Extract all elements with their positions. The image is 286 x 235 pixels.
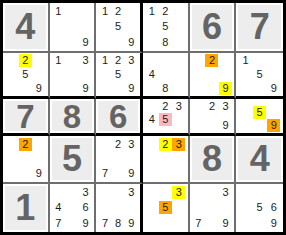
candidate-2: 2 [112, 54, 125, 67]
candidate-slot-8: 8 [112, 216, 125, 231]
candidate-5-orange: 5 [159, 201, 172, 214]
candidate-slot-2: 2 [159, 4, 173, 19]
candidate-slot-8 [159, 126, 173, 132]
candidate-4: 4 [52, 201, 65, 214]
cell-r5c6[interactable]: 569 [236, 184, 283, 232]
candidate-slot-3 [172, 4, 186, 19]
candidate-slot-2: 2 [205, 100, 219, 113]
candidate-9: 9 [267, 217, 280, 230]
candidate-slot-5 [19, 152, 33, 167]
candidate-slot-2 [65, 54, 79, 68]
candidate-2-yellow: 2 [19, 54, 32, 67]
candidate-slot-4 [52, 19, 66, 34]
candidate-2: 2 [205, 100, 218, 113]
candidate-slot-1 [98, 137, 111, 152]
pencil-mark-grid: 23 [143, 136, 188, 182]
candidate-slot-4 [145, 152, 159, 167]
cell-r1c5[interactable]: 6 [190, 3, 237, 53]
candidate-slot-2 [159, 54, 173, 68]
candidate-slot-2 [159, 185, 173, 200]
candidate-8: 8 [112, 217, 125, 230]
cell-r4c2[interactable]: 5 [50, 136, 97, 184]
pencil-mark-grid: 379 [190, 184, 235, 232]
candidate-3: 3 [219, 100, 232, 113]
solved-digit-tile: 6 [98, 101, 138, 131]
pencil-mark-grid: 139 [50, 53, 95, 96]
candidate-slot-5: 5 [159, 113, 173, 126]
candidate-3: 3 [125, 186, 138, 199]
candidate-slot-9: 9 [267, 81, 281, 95]
candidate-slot-3: 3 [172, 137, 186, 152]
candidate-2: 2 [159, 100, 172, 113]
candidate-slot-3 [125, 4, 138, 19]
candidate-slot-7 [192, 119, 206, 132]
candidate-3: 3 [125, 138, 138, 151]
candidate-slot-5 [112, 152, 125, 167]
candidate-slot-7 [238, 119, 252, 132]
candidate-slot-9: 9 [219, 119, 233, 132]
candidate-slot-2: 2 [205, 54, 219, 68]
candidate-slot-7 [145, 166, 159, 181]
candidate-slot-5 [65, 200, 79, 215]
candidate-slot-8 [112, 81, 125, 95]
candidate-9: 9 [79, 82, 92, 95]
candidate-slot-7 [145, 216, 159, 231]
candidate-slot-7 [5, 166, 19, 181]
candidate-slot-2: 2 [112, 4, 125, 19]
candidate-slot-9: 9 [79, 35, 93, 50]
candidate-slot-9: 9 [219, 216, 233, 231]
candidate-slot-8 [65, 81, 79, 95]
candidate-9: 9 [219, 119, 232, 132]
candidate-slot-6 [219, 200, 233, 215]
cell-r5c2[interactable]: 34679 [50, 184, 97, 232]
candidate-slot-9 [172, 35, 186, 50]
candidate-5: 5 [19, 68, 32, 81]
digit-4: 4 [250, 141, 270, 177]
candidate-4: 4 [145, 68, 158, 81]
candidate-slot-1 [52, 185, 66, 200]
candidate-slot-2 [65, 185, 79, 200]
candidate-slot-5 [159, 152, 173, 167]
candidate-slot-4: 4 [145, 68, 159, 82]
candidate-4: 4 [145, 113, 158, 126]
cell-r4c3[interactable]: 2379 [96, 136, 143, 184]
candidate-slot-9 [172, 126, 186, 132]
candidate-slot-1 [238, 185, 252, 200]
candidate-1: 1 [98, 54, 111, 67]
candidate-slot-4: 4 [145, 113, 159, 126]
cell-r1c6[interactable]: 7 [236, 3, 283, 53]
digit-6: 6 [109, 100, 127, 133]
candidate-slot-2 [253, 54, 267, 68]
candidate-slot-3 [32, 54, 46, 68]
candidate-slot-9: 9 [32, 166, 46, 181]
candidate-slot-5: 5 [159, 200, 173, 215]
candidate-slot-7 [192, 81, 206, 95]
candidate-5: 5 [159, 20, 172, 33]
candidate-slot-5: 5 [159, 19, 173, 34]
candidate-slot-3 [267, 185, 281, 200]
candidate-3: 3 [79, 54, 92, 67]
candidate-slot-5: 5 [112, 19, 125, 34]
candidate-5-yellow: 5 [253, 106, 266, 119]
candidate-slot-9: 9 [125, 81, 138, 95]
candidate-slot-3 [219, 54, 233, 68]
candidate-slot-4 [98, 152, 111, 167]
candidate-1: 1 [52, 5, 65, 18]
candidate-slot-4: 4 [52, 200, 66, 215]
candidate-slot-6 [219, 68, 233, 82]
candidate-slot-8 [19, 81, 33, 95]
candidate-slot-7 [52, 35, 66, 50]
candidate-slot-6 [125, 152, 138, 167]
candidate-slot-3: 3 [219, 100, 233, 113]
candidate-slot-8 [253, 81, 267, 95]
candidate-slot-6 [172, 200, 186, 215]
candidate-9-yellow: 9 [219, 82, 232, 95]
candidate-9: 9 [125, 167, 138, 180]
digit-7: 7 [16, 100, 34, 133]
candidate-5: 5 [112, 20, 125, 33]
candidate-slot-3: 3 [125, 137, 138, 152]
candidate-slot-8 [112, 35, 125, 50]
candidate-3: 3 [79, 186, 92, 199]
candidate-slot-9: 9 [267, 119, 281, 132]
candidate-7: 7 [98, 167, 111, 180]
cell-r1c2[interactable]: 19 [50, 3, 97, 53]
candidate-slot-2: 2 [19, 137, 33, 152]
candidate-1: 1 [52, 54, 65, 67]
candidate-slot-8 [205, 216, 219, 231]
candidate-9: 9 [219, 217, 232, 230]
candidate-slot-3 [79, 4, 93, 19]
candidate-slot-8 [159, 166, 173, 181]
candidate-slot-7: 7 [52, 216, 66, 231]
solved-digit-tile: 8 [192, 138, 233, 180]
candidate-slot-6 [32, 68, 46, 82]
candidate-slot-9: 9 [125, 216, 138, 231]
candidate-slot-5: 5 [19, 68, 33, 82]
candidate-slot-6: 6 [79, 200, 93, 215]
pencil-mark-grid: 12359 [96, 53, 140, 96]
candidate-slot-6 [79, 19, 93, 34]
cell-r5c4[interactable]: 35 [143, 184, 190, 232]
candidate-slot-3: 3 [79, 54, 93, 68]
pencil-mark-grid: 239 [190, 99, 235, 133]
candidate-slot-8 [253, 119, 267, 132]
candidate-slot-8: 8 [159, 35, 173, 50]
candidate-8: 8 [159, 82, 172, 95]
candidate-slot-5 [65, 68, 79, 82]
candidate-slot-6 [125, 68, 138, 82]
candidate-slot-4 [192, 68, 206, 82]
candidate-slot-9: 9 [267, 216, 281, 231]
solved-digit-tile: 4 [5, 5, 46, 49]
candidate-slot-4 [5, 152, 19, 167]
solved-digit-tile: 7 [238, 5, 281, 49]
cell-r1c1[interactable]: 4 [3, 3, 50, 53]
candidate-slot-1 [5, 137, 19, 152]
candidate-slot-2 [253, 185, 267, 200]
pencil-mark-grid: 48 [143, 53, 188, 96]
cell-r5c5[interactable]: 379 [190, 184, 237, 232]
candidate-slot-7 [238, 216, 252, 231]
candidate-slot-6 [172, 19, 186, 34]
candidate-slot-6 [172, 113, 186, 126]
pencil-mark-grid: 1259 [96, 3, 140, 51]
candidate-5: 5 [112, 68, 125, 81]
candidate-slot-4 [145, 200, 159, 215]
candidate-slot-4 [238, 68, 252, 82]
candidate-slot-4 [5, 68, 19, 82]
candidate-slot-4 [238, 106, 252, 119]
candidate-slot-3: 3 [125, 54, 138, 68]
candidate-6: 6 [267, 201, 280, 214]
cell-r2c3[interactable]: 12359 [96, 53, 143, 99]
candidate-2: 2 [159, 5, 172, 18]
candidate-3-orange: 3 [172, 138, 185, 151]
digit-7: 7 [250, 9, 270, 45]
candidate-slot-2: 2 [112, 137, 125, 152]
candidate-slot-5 [159, 68, 173, 82]
candidate-slot-3: 3 [219, 185, 233, 200]
candidate-3: 3 [172, 100, 185, 113]
candidate-slot-9: 9 [219, 81, 233, 95]
candidate-slot-6 [79, 68, 93, 82]
solved-digit-tile: 7 [5, 101, 46, 131]
candidate-slot-6 [172, 68, 186, 82]
candidate-slot-6 [125, 19, 138, 34]
digit-8: 8 [63, 100, 81, 133]
candidate-slot-6 [267, 68, 281, 82]
candidate-slot-1 [145, 185, 159, 200]
cell-r5c3[interactable]: 3789 [96, 184, 143, 232]
cell-r3c1[interactable]: 7 [3, 99, 50, 136]
candidate-slot-3 [267, 54, 281, 68]
candidate-slot-1 [192, 54, 206, 68]
candidate-slot-7 [98, 81, 111, 95]
candidate-slot-1 [5, 54, 19, 68]
cell-r3c3[interactable]: 6 [96, 99, 143, 136]
candidate-slot-1: 1 [52, 4, 66, 19]
candidate-slot-7: 7 [98, 216, 111, 231]
digit-4: 4 [15, 9, 35, 45]
candidate-slot-8 [65, 35, 79, 50]
pencil-mark-grid: 59 [236, 99, 283, 133]
candidate-slot-5 [65, 19, 79, 34]
candidate-slot-2 [205, 185, 219, 200]
candidate-slot-5 [205, 200, 219, 215]
candidate-7: 7 [52, 217, 65, 230]
candidate-slot-2: 2 [19, 54, 33, 68]
digit-1: 1 [15, 190, 35, 226]
cell-r4c5[interactable]: 8 [190, 136, 237, 184]
candidate-slot-4 [98, 68, 111, 82]
candidate-slot-3: 3 [79, 185, 93, 200]
candidate-slot-4 [192, 200, 206, 215]
pencil-mark-grid: 3789 [96, 184, 140, 232]
cell-r3c6[interactable]: 59 [236, 99, 283, 136]
candidate-2: 2 [112, 5, 125, 18]
cell-r1c3[interactable]: 1259 [96, 3, 143, 53]
candidate-9-orange: 9 [267, 119, 280, 132]
sudoku-board: 4191259125867259139123594829159786234523… [0, 0, 286, 235]
pencil-mark-grid: 2345 [143, 99, 188, 133]
candidate-1: 1 [239, 54, 252, 67]
pencil-mark-grid: 2379 [96, 136, 140, 182]
candidate-slot-9 [172, 166, 186, 181]
solved-digit-tile: 8 [52, 101, 93, 131]
candidate-slot-1 [145, 137, 159, 152]
candidate-slot-3 [32, 137, 46, 152]
candidate-3-yellow: 3 [172, 186, 185, 199]
candidate-slot-5 [112, 200, 125, 215]
candidate-5: 5 [253, 201, 266, 214]
candidate-slot-9: 9 [32, 81, 46, 95]
cell-r4c6[interactable]: 4 [236, 136, 283, 184]
candidate-slot-1 [98, 185, 111, 200]
cell-r1c4[interactable]: 1258 [143, 3, 190, 53]
candidate-slot-7: 7 [98, 166, 111, 181]
cell-r3c5[interactable]: 239 [190, 99, 237, 136]
solved-digit-tile: 1 [5, 186, 46, 230]
candidate-7: 7 [98, 217, 111, 230]
candidate-3: 3 [125, 54, 138, 67]
pencil-mark-grid: 1258 [143, 3, 188, 51]
candidate-slot-2: 2 [159, 137, 173, 152]
candidate-slot-7 [145, 35, 159, 50]
candidate-slot-9: 9 [79, 81, 93, 95]
candidate-slot-8 [205, 119, 219, 132]
digit-8: 8 [202, 141, 222, 177]
candidate-1: 1 [145, 5, 158, 18]
candidate-6: 6 [79, 201, 92, 214]
candidate-2-orange: 2 [205, 54, 218, 67]
candidate-slot-4 [52, 68, 66, 82]
candidate-slot-1: 1 [145, 4, 159, 19]
solved-digit-tile: 6 [192, 5, 233, 49]
candidate-9: 9 [125, 217, 138, 230]
candidate-slot-9: 9 [125, 35, 138, 50]
candidate-5: 5 [253, 68, 266, 81]
candidate-slot-7 [145, 126, 159, 132]
candidate-slot-1: 1 [238, 54, 252, 68]
candidate-slot-3: 3 [172, 185, 186, 200]
candidate-slot-5: 5 [253, 106, 267, 119]
candidate-slot-6 [125, 200, 138, 215]
candidate-9: 9 [79, 217, 92, 230]
candidate-9: 9 [267, 82, 280, 95]
candidate-slot-5: 5 [253, 68, 267, 82]
candidate-5-pink: 5 [159, 113, 172, 126]
candidate-slot-9 [172, 81, 186, 95]
candidate-9: 9 [125, 82, 138, 95]
candidate-slot-1: 1 [98, 54, 111, 68]
candidate-slot-4 [238, 200, 252, 215]
solved-digit-tile: 5 [52, 138, 93, 180]
candidate-slot-8 [205, 81, 219, 95]
candidate-slot-8 [112, 166, 125, 181]
pencil-mark-grid: 569 [236, 184, 283, 232]
candidate-2-orange: 2 [19, 138, 32, 151]
candidate-slot-8 [253, 216, 267, 231]
candidate-slot-5 [205, 68, 219, 82]
cell-r2c4[interactable]: 48 [143, 53, 190, 99]
candidate-slot-1 [192, 100, 206, 113]
pencil-mark-grid: 19 [50, 3, 95, 51]
candidate-3: 3 [219, 186, 232, 199]
candidate-slot-5: 5 [112, 68, 125, 82]
candidate-8: 8 [159, 36, 172, 49]
candidate-slot-9: 9 [79, 216, 93, 231]
candidate-slot-8 [65, 216, 79, 231]
solved-digit-tile: 4 [238, 138, 281, 180]
candidate-slot-4 [98, 19, 111, 34]
candidate-slot-7 [145, 81, 159, 95]
candidate-slot-6 [267, 106, 281, 119]
candidate-slot-6 [172, 152, 186, 167]
cell-r2c1[interactable]: 259 [3, 53, 50, 99]
candidate-slot-7 [98, 35, 111, 50]
candidate-slot-3: 3 [125, 185, 138, 200]
candidate-9: 9 [125, 36, 138, 49]
cell-r2c6[interactable]: 159 [236, 53, 283, 99]
candidate-slot-8: 8 [159, 81, 173, 95]
candidate-9: 9 [32, 82, 45, 95]
candidate-slot-1 [145, 100, 159, 113]
candidate-slot-2: 2 [159, 100, 173, 113]
candidate-slot-6: 6 [267, 200, 281, 215]
candidate-slot-7 [52, 81, 66, 95]
pencil-mark-grid: 259 [3, 53, 48, 96]
candidate-slot-1 [145, 54, 159, 68]
candidate-slot-9 [172, 216, 186, 231]
cell-r4c4[interactable]: 23 [143, 136, 190, 184]
cell-r3c4[interactable]: 2345 [143, 99, 190, 136]
candidate-slot-8 [159, 216, 173, 231]
candidate-slot-3: 3 [172, 100, 186, 113]
digit-6: 6 [202, 9, 222, 45]
candidate-9: 9 [32, 167, 45, 180]
cell-r5c1[interactable]: 1 [3, 184, 50, 232]
pencil-mark-grid: 34679 [50, 184, 95, 232]
cell-r2c5[interactable]: 29 [190, 53, 237, 99]
candidate-slot-2 [112, 185, 125, 200]
candidate-9: 9 [79, 36, 92, 49]
candidate-7: 7 [192, 217, 205, 230]
sudoku-app-viewport: 4191259125867259139123594829159786234523… [0, 0, 286, 235]
candidate-2: 2 [112, 138, 125, 151]
cell-r3c2[interactable]: 8 [50, 99, 97, 136]
candidate-slot-5: 5 [253, 200, 267, 215]
candidate-slot-2 [65, 4, 79, 19]
cell-r4c1[interactable]: 29 [3, 136, 50, 184]
pencil-mark-grid: 35 [143, 184, 188, 232]
candidate-2-yellow: 2 [159, 138, 172, 151]
candidate-slot-9: 9 [125, 166, 138, 181]
candidate-slot-6 [32, 152, 46, 167]
cell-r2c2[interactable]: 139 [50, 53, 97, 99]
candidate-slot-7 [5, 81, 19, 95]
pencil-mark-grid: 159 [236, 53, 283, 96]
candidate-slot-8 [19, 166, 33, 181]
candidate-slot-4 [145, 19, 159, 34]
candidate-slot-2: 2 [112, 54, 125, 68]
candidate-1: 1 [98, 5, 111, 18]
candidate-slot-1 [192, 185, 206, 200]
digit-5: 5 [62, 141, 82, 177]
